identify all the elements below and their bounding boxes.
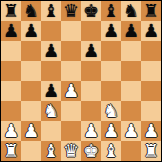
square-h2[interactable]: ♟ bbox=[141, 121, 161, 141]
black-pawn[interactable]: ♟ bbox=[83, 41, 99, 61]
square-e4[interactable] bbox=[81, 81, 101, 101]
black-pawn[interactable]: ♟ bbox=[23, 21, 39, 41]
square-h6[interactable] bbox=[141, 41, 161, 61]
square-g2[interactable]: ♟ bbox=[121, 121, 141, 141]
white-pawn[interactable]: ♟ bbox=[143, 121, 159, 141]
square-f1[interactable]: ♝ bbox=[101, 141, 121, 161]
chess-board: ♜♞♝♛♚♝♞♜♟♟♟♟♟♟♟♟♟♞♞♟♟♟♟♟♟♜♝♛♚♝♜ bbox=[0, 0, 162, 162]
square-c6[interactable]: ♟ bbox=[41, 41, 61, 61]
square-g3[interactable] bbox=[121, 101, 141, 121]
square-c5[interactable] bbox=[41, 61, 61, 81]
square-f8[interactable]: ♝ bbox=[101, 1, 121, 21]
square-a6[interactable] bbox=[1, 41, 21, 61]
white-pawn[interactable]: ♟ bbox=[3, 121, 19, 141]
square-d1[interactable]: ♛ bbox=[61, 141, 81, 161]
square-e2[interactable]: ♟ bbox=[81, 121, 101, 141]
white-knight[interactable]: ♞ bbox=[43, 101, 59, 121]
square-h7[interactable]: ♟ bbox=[141, 21, 161, 41]
black-pawn[interactable]: ♟ bbox=[43, 41, 59, 61]
square-b6[interactable] bbox=[21, 41, 41, 61]
black-queen[interactable]: ♛ bbox=[63, 1, 79, 21]
black-knight[interactable]: ♞ bbox=[23, 1, 39, 21]
square-b2[interactable]: ♟ bbox=[21, 121, 41, 141]
square-g1[interactable] bbox=[121, 141, 141, 161]
white-pawn[interactable]: ♟ bbox=[123, 121, 139, 141]
square-b8[interactable]: ♞ bbox=[21, 1, 41, 21]
black-rook[interactable]: ♜ bbox=[3, 1, 19, 21]
square-a4[interactable] bbox=[1, 81, 21, 101]
white-pawn[interactable]: ♟ bbox=[103, 121, 119, 141]
white-king[interactable]: ♚ bbox=[83, 141, 99, 161]
black-pawn[interactable]: ♟ bbox=[123, 21, 139, 41]
square-f2[interactable]: ♟ bbox=[101, 121, 121, 141]
square-d8[interactable]: ♛ bbox=[61, 1, 81, 21]
white-rook[interactable]: ♜ bbox=[3, 141, 19, 161]
square-d4[interactable]: ♟ bbox=[61, 81, 81, 101]
white-bishop[interactable]: ♝ bbox=[103, 141, 119, 161]
square-e6[interactable]: ♟ bbox=[81, 41, 101, 61]
square-a7[interactable]: ♟ bbox=[1, 21, 21, 41]
black-rook[interactable]: ♜ bbox=[143, 1, 159, 21]
square-e7[interactable] bbox=[81, 21, 101, 41]
white-queen[interactable]: ♛ bbox=[63, 141, 79, 161]
square-c3[interactable]: ♞ bbox=[41, 101, 61, 121]
square-c4[interactable]: ♟ bbox=[41, 81, 61, 101]
black-pawn[interactable]: ♟ bbox=[3, 21, 19, 41]
square-g5[interactable] bbox=[121, 61, 141, 81]
square-a8[interactable]: ♜ bbox=[1, 1, 21, 21]
square-b4[interactable] bbox=[21, 81, 41, 101]
square-g8[interactable]: ♞ bbox=[121, 1, 141, 21]
black-pawn[interactable]: ♟ bbox=[43, 81, 59, 101]
square-f6[interactable] bbox=[101, 41, 121, 61]
square-h3[interactable] bbox=[141, 101, 161, 121]
square-e5[interactable] bbox=[81, 61, 101, 81]
square-h8[interactable]: ♜ bbox=[141, 1, 161, 21]
black-pawn[interactable]: ♟ bbox=[143, 21, 159, 41]
square-a2[interactable]: ♟ bbox=[1, 121, 21, 141]
square-d2[interactable] bbox=[61, 121, 81, 141]
black-king[interactable]: ♚ bbox=[83, 1, 99, 21]
black-pawn[interactable]: ♟ bbox=[103, 21, 119, 41]
square-c2[interactable] bbox=[41, 121, 61, 141]
square-b7[interactable]: ♟ bbox=[21, 21, 41, 41]
white-knight[interactable]: ♞ bbox=[103, 101, 119, 121]
square-h4[interactable] bbox=[141, 81, 161, 101]
square-c7[interactable] bbox=[41, 21, 61, 41]
square-e8[interactable]: ♚ bbox=[81, 1, 101, 21]
square-e1[interactable]: ♚ bbox=[81, 141, 101, 161]
square-e3[interactable] bbox=[81, 101, 101, 121]
square-h5[interactable] bbox=[141, 61, 161, 81]
square-d7[interactable] bbox=[61, 21, 81, 41]
square-h1[interactable]: ♜ bbox=[141, 141, 161, 161]
square-g6[interactable] bbox=[121, 41, 141, 61]
black-bishop[interactable]: ♝ bbox=[43, 1, 59, 21]
square-d3[interactable] bbox=[61, 101, 81, 121]
square-c8[interactable]: ♝ bbox=[41, 1, 61, 21]
square-c1[interactable]: ♝ bbox=[41, 141, 61, 161]
white-pawn[interactable]: ♟ bbox=[63, 81, 79, 101]
square-a1[interactable]: ♜ bbox=[1, 141, 21, 161]
black-knight[interactable]: ♞ bbox=[123, 1, 139, 21]
black-bishop[interactable]: ♝ bbox=[103, 1, 119, 21]
square-b3[interactable] bbox=[21, 101, 41, 121]
white-pawn[interactable]: ♟ bbox=[83, 121, 99, 141]
square-b1[interactable] bbox=[21, 141, 41, 161]
square-f7[interactable]: ♟ bbox=[101, 21, 121, 41]
square-g7[interactable]: ♟ bbox=[121, 21, 141, 41]
square-f4[interactable] bbox=[101, 81, 121, 101]
white-bishop[interactable]: ♝ bbox=[43, 141, 59, 161]
white-rook[interactable]: ♜ bbox=[143, 141, 159, 161]
square-a5[interactable] bbox=[1, 61, 21, 81]
square-a3[interactable] bbox=[1, 101, 21, 121]
square-g4[interactable] bbox=[121, 81, 141, 101]
square-f3[interactable]: ♞ bbox=[101, 101, 121, 121]
square-d5[interactable] bbox=[61, 61, 81, 81]
square-b5[interactable] bbox=[21, 61, 41, 81]
white-pawn[interactable]: ♟ bbox=[23, 121, 39, 141]
square-d6[interactable] bbox=[61, 41, 81, 61]
square-f5[interactable] bbox=[101, 61, 121, 81]
